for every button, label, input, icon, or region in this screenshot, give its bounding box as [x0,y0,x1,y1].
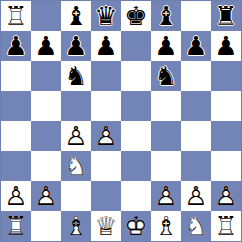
piece-white-pawn[interactable]: ♟♙ [181,181,211,211]
square-d3[interactable] [91,151,121,181]
square-g7[interactable]: ♟ [181,31,211,61]
piece-outline-layer: ♙ [31,181,61,211]
piece-glyph-layer: ♟ [91,31,121,61]
piece-glyph-layer: ♝ [61,1,91,31]
square-b1[interactable] [31,211,61,241]
piece-white-pawn[interactable]: ♟♙ [1,181,31,211]
piece-white-knight[interactable]: ♞♘ [181,211,211,241]
square-f8[interactable]: ♝ [151,1,181,31]
square-h2[interactable]: ♟♙ [211,181,241,211]
square-a7[interactable]: ♟ [1,31,31,61]
square-h3[interactable] [211,151,241,181]
piece-white-pawn[interactable]: ♟♙ [61,121,91,151]
piece-white-knight[interactable]: ♞♘ [61,151,91,181]
piece-white-rook[interactable]: ♜♖ [1,211,31,241]
piece-glyph-layer: ♟ [31,31,61,61]
piece-black-knight[interactable]: ♞ [151,61,181,91]
square-f2[interactable]: ♟♙ [151,181,181,211]
piece-outline-layer: ♗ [151,211,181,241]
square-f1[interactable]: ♝♗ [151,211,181,241]
piece-black-king[interactable]: ♚ [121,1,151,31]
square-f3[interactable] [151,151,181,181]
piece-black-bishop[interactable]: ♝ [61,1,91,31]
square-e5[interactable] [121,91,151,121]
piece-outline-layer: ♗ [61,211,91,241]
piece-white-bishop[interactable]: ♝♗ [151,211,181,241]
square-c8[interactable]: ♝ [61,1,91,31]
piece-black-pawn[interactable]: ♟ [31,31,61,61]
square-g6[interactable] [181,61,211,91]
piece-black-knight[interactable]: ♞ [61,61,91,91]
square-h5[interactable] [211,91,241,121]
piece-black-pawn[interactable]: ♟ [1,31,31,61]
piece-white-pawn[interactable]: ♟♙ [91,121,121,151]
piece-glyph-layer: ♝ [151,1,181,31]
square-f7[interactable]: ♟ [151,31,181,61]
piece-black-rook[interactable]: ♜ [211,1,241,31]
piece-glyph-layer: ♞ [151,61,181,91]
square-e6[interactable] [121,61,151,91]
square-e1[interactable]: ♚♔ [121,211,151,241]
piece-black-pawn[interactable]: ♟ [211,31,241,61]
piece-black-pawn[interactable]: ♟ [61,31,91,61]
piece-glyph-layer: ♟ [181,31,211,61]
piece-outline-layer: ♘ [61,151,91,181]
piece-black-pawn[interactable]: ♟ [151,31,181,61]
piece-outline-layer: ♖ [1,211,31,241]
square-g2[interactable]: ♟♙ [181,181,211,211]
square-b5[interactable] [31,91,61,121]
square-e7[interactable] [121,31,151,61]
square-d7[interactable]: ♟ [91,31,121,61]
square-b2[interactable]: ♟♙ [31,181,61,211]
piece-outline-layer: ♙ [151,181,181,211]
square-e4[interactable] [121,121,151,151]
square-c6[interactable]: ♞ [61,61,91,91]
piece-outline-layer: ♙ [61,121,91,151]
piece-glyph-layer: ♞ [61,61,91,91]
piece-white-bishop[interactable]: ♝♗ [61,211,91,241]
square-b4[interactable] [31,121,61,151]
piece-outline-layer: ♔ [121,211,151,241]
piece-outline-layer: ♙ [181,181,211,211]
piece-white-rook[interactable]: ♜♖ [211,211,241,241]
piece-glyph-layer: ♟ [61,31,91,61]
square-a3[interactable] [1,151,31,181]
square-c3[interactable]: ♞♘ [61,151,91,181]
square-a5[interactable] [1,91,31,121]
piece-white-rook[interactable]: ♜♖ [1,1,31,31]
square-d4[interactable]: ♟♙ [91,121,121,151]
square-e2[interactable] [121,181,151,211]
square-d5[interactable] [91,91,121,121]
square-d6[interactable] [91,61,121,91]
piece-white-pawn[interactable]: ♟♙ [211,181,241,211]
square-g8[interactable] [181,1,211,31]
piece-white-king[interactable]: ♚♔ [121,211,151,241]
piece-outline-layer: ♘ [181,211,211,241]
piece-outline-layer: ♖ [211,211,241,241]
square-b3[interactable] [31,151,61,181]
square-d8[interactable]: ♛ [91,1,121,31]
square-d2[interactable] [91,181,121,211]
piece-glyph-layer: ♟ [1,31,31,61]
piece-black-bishop[interactable]: ♝ [151,1,181,31]
piece-glyph-layer: ♛ [91,1,121,31]
piece-outline-layer: ♙ [211,181,241,211]
piece-outline-layer: ♙ [1,181,31,211]
piece-white-pawn[interactable]: ♟♙ [31,181,61,211]
square-d1[interactable]: ♛♕ [91,211,121,241]
piece-white-queen[interactable]: ♛♕ [91,211,121,241]
piece-outline-layer: ♖ [1,1,31,31]
square-h7[interactable]: ♟ [211,31,241,61]
square-e3[interactable] [121,151,151,181]
piece-black-queen[interactable]: ♛ [91,1,121,31]
square-c1[interactable]: ♝♗ [61,211,91,241]
piece-glyph-layer: ♟ [151,31,181,61]
square-a1[interactable]: ♜♖ [1,211,31,241]
square-e8[interactable]: ♚ [121,1,151,31]
square-c4[interactable]: ♟♙ [61,121,91,151]
piece-outline-layer: ♙ [91,121,121,151]
square-a2[interactable]: ♟♙ [1,181,31,211]
square-f5[interactable] [151,91,181,121]
piece-glyph-layer: ♚ [121,1,151,31]
square-g1[interactable]: ♞♘ [181,211,211,241]
square-g3[interactable] [181,151,211,181]
square-a6[interactable] [1,61,31,91]
square-h1[interactable]: ♜♖ [211,211,241,241]
piece-black-pawn[interactable]: ♟ [91,31,121,61]
square-a4[interactable] [1,121,31,151]
piece-outline-layer: ♕ [91,211,121,241]
piece-glyph-layer: ♜ [211,1,241,31]
square-f6[interactable]: ♞ [151,61,181,91]
square-h4[interactable] [211,121,241,151]
square-g5[interactable] [181,91,211,121]
chess-board: ♜♖♝♛♚♝♜♟♟♟♟♟♟♟♞♞♟♙♟♙♞♘♟♙♟♙♟♙♟♙♟♙♜♖♝♗♛♕♚♔… [0,0,242,242]
square-b8[interactable] [31,1,61,31]
square-h6[interactable] [211,61,241,91]
square-b6[interactable] [31,61,61,91]
square-c2[interactable] [61,181,91,211]
square-a8[interactable]: ♜♖ [1,1,31,31]
piece-black-pawn[interactable]: ♟ [181,31,211,61]
piece-glyph-layer: ♟ [211,31,241,61]
square-h8[interactable]: ♜ [211,1,241,31]
square-c7[interactable]: ♟ [61,31,91,61]
square-f4[interactable] [151,121,181,151]
piece-white-pawn[interactable]: ♟♙ [151,181,181,211]
square-c5[interactable] [61,91,91,121]
square-g4[interactable] [181,121,211,151]
square-b7[interactable]: ♟ [31,31,61,61]
